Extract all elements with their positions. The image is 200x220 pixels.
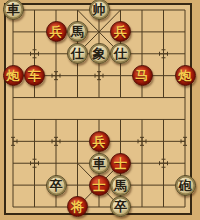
board-cell: 炮 (2, 65, 24, 87)
piece-tan-advisor[interactable]: 仕 (67, 43, 88, 64)
piece-tan-soldier[interactable]: 卒 (110, 196, 131, 217)
piece-tan-chariot[interactable]: 車 (89, 153, 110, 174)
piece-tan-horse[interactable]: 馬 (67, 21, 88, 42)
piece-red-chariot[interactable]: 车 (24, 65, 45, 86)
piece-tan-advisor[interactable]: 仕 (110, 43, 131, 64)
board-cell: 車 (2, 0, 24, 21)
xiangqi-board[interactable]: 車帅兵馬兵仕象仕炮车马炮兵車士卒士馬砲将卒 (0, 0, 200, 220)
piece-red-soldier[interactable]: 兵 (46, 21, 67, 42)
board-cell: 帅 (88, 0, 110, 21)
board-cell: 将 (67, 196, 89, 218)
piece-red-soldier[interactable]: 兵 (110, 21, 131, 42)
piece-red-cannon[interactable]: 炮 (175, 65, 196, 86)
piece-tan-chariot[interactable]: 車 (3, 0, 24, 20)
board-cell: 马 (131, 65, 153, 87)
board-cell: 卒 (110, 196, 132, 218)
board-cell: 士 (110, 152, 132, 174)
board-cell: 兵 (88, 130, 110, 152)
piece-red-cannon[interactable]: 炮 (3, 65, 24, 86)
piece-tan-elephant[interactable]: 象 (89, 43, 110, 64)
board-cell: 象 (88, 43, 110, 65)
piece-tan-general[interactable]: 帅 (89, 0, 110, 20)
board-cell: 馬 (67, 21, 89, 43)
piece-tan-horse[interactable]: 馬 (110, 175, 131, 196)
board-cell: 卒 (45, 174, 67, 196)
board-cell: 仕 (110, 43, 132, 65)
board-cell: 兵 (110, 21, 132, 43)
board-cell: 馬 (110, 174, 132, 196)
piece-tan-soldier[interactable]: 卒 (46, 175, 67, 196)
piece-red-horse[interactable]: 马 (132, 65, 153, 86)
board-cell: 砲 (174, 174, 196, 196)
piece-red-soldier[interactable]: 兵 (89, 131, 110, 152)
piece-grid[interactable]: 車帅兵馬兵仕象仕炮车马炮兵車士卒士馬砲将卒 (2, 0, 196, 218)
piece-red-general[interactable]: 将 (67, 196, 88, 217)
board-cell: 士 (88, 174, 110, 196)
piece-red-advisor[interactable]: 士 (110, 153, 131, 174)
board-cell: 仕 (67, 43, 89, 65)
board-cell: 車 (88, 152, 110, 174)
board-cell: 车 (24, 65, 46, 87)
board-cell: 炮 (174, 65, 196, 87)
piece-red-advisor[interactable]: 士 (89, 175, 110, 196)
board-cell: 兵 (45, 21, 67, 43)
piece-tan-cannon[interactable]: 砲 (175, 175, 196, 196)
